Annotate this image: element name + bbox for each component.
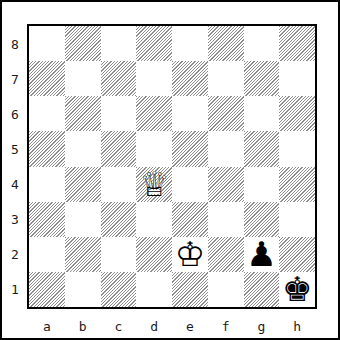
chess-diagram: ♛♕♚♔♟♚ 87654321 abcdefgh	[0, 0, 340, 340]
square-c5[interactable]	[101, 131, 137, 166]
square-f5[interactable]	[208, 131, 244, 166]
square-e7[interactable]	[172, 61, 208, 96]
square-f6[interactable]	[208, 96, 244, 131]
square-d1[interactable]	[136, 272, 172, 307]
square-a8[interactable]	[29, 26, 65, 61]
rank-label-8: 8	[6, 36, 24, 51]
file-label-c: c	[108, 319, 128, 334]
white-king-glyph: ♔	[172, 237, 208, 272]
square-h8[interactable]	[279, 26, 315, 61]
square-a7[interactable]	[29, 61, 65, 96]
square-b4[interactable]	[65, 167, 101, 202]
square-f1[interactable]	[208, 272, 244, 307]
square-f4[interactable]	[208, 167, 244, 202]
square-h2[interactable]	[279, 237, 315, 272]
square-f7[interactable]	[208, 61, 244, 96]
rank-label-4: 4	[6, 177, 24, 192]
square-e2[interactable]: ♚♔	[172, 237, 208, 272]
rank-label-6: 6	[6, 106, 24, 121]
square-h6[interactable]	[279, 96, 315, 131]
square-d2[interactable]	[136, 237, 172, 272]
file-label-h: h	[287, 319, 307, 334]
rank-label-5: 5	[6, 141, 24, 156]
square-d6[interactable]	[136, 96, 172, 131]
square-g2[interactable]: ♟	[244, 237, 280, 272]
rank-label-1: 1	[6, 282, 24, 297]
square-f3[interactable]	[208, 202, 244, 237]
square-h7[interactable]	[279, 61, 315, 96]
square-f2[interactable]	[208, 237, 244, 272]
file-label-e: e	[180, 319, 200, 334]
square-b7[interactable]	[65, 61, 101, 96]
square-a1[interactable]	[29, 272, 65, 307]
white-queen-glyph: ♕	[136, 167, 172, 202]
square-g7[interactable]	[244, 61, 280, 96]
square-d8[interactable]	[136, 26, 172, 61]
file-label-f: f	[216, 319, 236, 334]
square-e5[interactable]	[172, 131, 208, 166]
file-label-g: g	[251, 319, 271, 334]
file-label-a: a	[37, 319, 57, 334]
square-c7[interactable]	[101, 61, 137, 96]
square-c1[interactable]	[101, 272, 137, 307]
file-label-d: d	[144, 319, 164, 334]
square-b1[interactable]	[65, 272, 101, 307]
rank-label-7: 7	[6, 71, 24, 86]
square-e6[interactable]	[172, 96, 208, 131]
rank-label-2: 2	[6, 247, 24, 262]
square-d5[interactable]	[136, 131, 172, 166]
chess-board: ♛♕♚♔♟♚	[27, 24, 317, 309]
rank-label-3: 3	[6, 212, 24, 227]
square-h5[interactable]	[279, 131, 315, 166]
square-a2[interactable]	[29, 237, 65, 272]
square-d7[interactable]	[136, 61, 172, 96]
square-g4[interactable]	[244, 167, 280, 202]
square-g5[interactable]	[244, 131, 280, 166]
square-g1[interactable]	[244, 272, 280, 307]
square-b8[interactable]	[65, 26, 101, 61]
square-a5[interactable]	[29, 131, 65, 166]
square-e4[interactable]	[172, 167, 208, 202]
piece-white-queen[interactable]: ♛♕	[136, 167, 172, 202]
piece-black-king[interactable]: ♚	[279, 272, 315, 307]
square-a6[interactable]	[29, 96, 65, 131]
square-c8[interactable]	[101, 26, 137, 61]
square-b5[interactable]	[65, 131, 101, 166]
square-f8[interactable]	[208, 26, 244, 61]
black-king-glyph: ♚	[279, 272, 315, 307]
square-c4[interactable]	[101, 167, 137, 202]
square-g8[interactable]	[244, 26, 280, 61]
square-h1[interactable]: ♚	[279, 272, 315, 307]
square-a4[interactable]	[29, 167, 65, 202]
square-a3[interactable]	[29, 202, 65, 237]
square-e1[interactable]	[172, 272, 208, 307]
square-b2[interactable]	[65, 237, 101, 272]
piece-white-king[interactable]: ♚♔	[172, 237, 208, 272]
square-h4[interactable]	[279, 167, 315, 202]
square-b6[interactable]	[65, 96, 101, 131]
file-label-b: b	[73, 319, 93, 334]
square-e3[interactable]	[172, 202, 208, 237]
square-g3[interactable]	[244, 202, 280, 237]
square-h3[interactable]	[279, 202, 315, 237]
square-b3[interactable]	[65, 202, 101, 237]
black-pawn-glyph: ♟	[244, 237, 280, 272]
square-d4[interactable]: ♛♕	[136, 167, 172, 202]
square-c2[interactable]	[101, 237, 137, 272]
piece-black-pawn[interactable]: ♟	[244, 237, 280, 272]
square-g6[interactable]	[244, 96, 280, 131]
square-e8[interactable]	[172, 26, 208, 61]
square-d3[interactable]	[136, 202, 172, 237]
square-c6[interactable]	[101, 96, 137, 131]
square-c3[interactable]	[101, 202, 137, 237]
